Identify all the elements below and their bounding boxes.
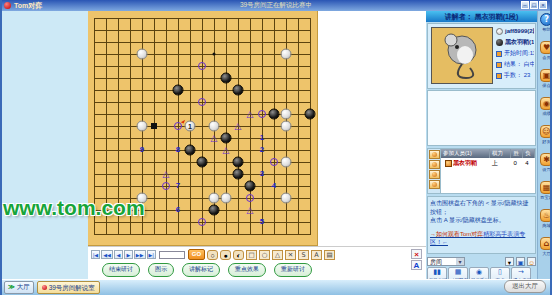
triangle-marker: △ [235, 122, 242, 131]
strip-button-帮助[interactable]: ?帮助 [539, 13, 552, 39]
triangle-marker: △ [211, 134, 218, 143]
coin-icon [432, 182, 437, 187]
white-stone [221, 193, 232, 204]
list-mini-button[interactable] [429, 150, 440, 159]
百宝箱-icon: ▦ [540, 181, 552, 194]
move-number-label: 8 [176, 146, 180, 154]
nav-arrow-button[interactable]: ▶| [147, 250, 156, 259]
triangle-marker: △ [247, 110, 254, 119]
move-number-input[interactable] [159, 251, 185, 259]
list-mini-button[interactable] [429, 180, 440, 189]
marker-tool-button[interactable]: △ [272, 250, 283, 260]
participant-wins: 0 [511, 160, 523, 166]
list-mini-button[interactable] [429, 170, 440, 179]
circle-marker [246, 194, 254, 202]
start-time: 开始时间:11-10-21 11:58 [504, 49, 534, 58]
participants-header-cell: 棋力 [490, 149, 512, 158]
white-stone: 1 [185, 121, 196, 132]
coin-icon [432, 172, 437, 177]
black-stone-icon [496, 39, 503, 46]
room-panel: 房间 ▾ ▾ ▣ ☺ ▮▮形势判断▦对局研究◉显示手数▯离桌→退出房间 [427, 256, 536, 280]
marker-tool-button[interactable]: ✕ [285, 250, 296, 260]
move-number-label: 9 [140, 146, 144, 154]
lobby-arrows-icon: ≫ [8, 283, 15, 290]
strip-button-百宝箱[interactable]: ▦百宝箱 [539, 181, 552, 207]
好友-icon: ☺ [540, 125, 552, 138]
move-number-label: 1 [260, 134, 264, 142]
commentary-action-button[interactable]: 重新研讨 [274, 263, 312, 277]
white-stone-icon [496, 28, 503, 35]
circle-marker [198, 218, 206, 226]
participant-avatar-icon [445, 160, 452, 167]
marker-tool-button[interactable]: ▤ [324, 250, 335, 260]
taskbar: ≫ 大厅 39号房间解说室 退出大厅 [2, 279, 550, 295]
main-area: 1△△△△△△123456789 |◀◀◀◀▶▶▶▶| GO○●◐□○△✕SA▤… [2, 11, 550, 280]
mini-dropdown-icon[interactable]: ▾ [505, 257, 514, 266]
room-dropdown-value: 房间 [430, 258, 442, 265]
title-bar: Tom对弈 39号房间正在解说比赛中 – □ × [2, 0, 550, 11]
commentator-header: 讲解者： 黑衣羽鞘(1段) [426, 11, 537, 22]
result-line: 结果： 白中盘胜 [496, 59, 534, 70]
white-stone [137, 49, 148, 60]
move-count-line: 手数： 23 [496, 70, 534, 81]
close-panel-button[interactable]: × [411, 249, 422, 259]
list-mini-button[interactable] [429, 160, 440, 169]
board-area: 1△△△△△△123456789 |◀◀◀◀▶▶▶▶| GO○●◐□○△✕SA▤… [88, 11, 426, 280]
white-stone [281, 157, 292, 168]
square-marker [151, 123, 157, 129]
commentary-action-button[interactable]: 图示 [148, 263, 174, 277]
move-number-label: 3 [260, 170, 264, 178]
game-result: 结果： 白中盘胜 [504, 60, 534, 69]
大厅-icon: ⌂ [540, 237, 552, 250]
white-player-name: jaff8999(2段) [505, 27, 534, 36]
circle-marker [162, 182, 170, 190]
white-stone [137, 121, 148, 132]
circle-marker [198, 98, 206, 106]
nav-arrow-button[interactable]: ◀ [114, 250, 123, 259]
room-status-text: 39号房间正在解说比赛中 [240, 1, 312, 10]
nav-arrow-button[interactable]: ▶ [124, 250, 133, 259]
nav-arrow-button[interactable]: ◀◀ [101, 250, 113, 259]
bullet-icon [496, 51, 502, 57]
marker-tool-button[interactable]: A [311, 250, 322, 260]
white-stone [209, 121, 220, 132]
circle-marker [270, 158, 278, 166]
coin-icon [432, 152, 437, 157]
left-panel [2, 11, 88, 280]
room-dot-icon [42, 285, 47, 290]
commentary-action-button[interactable]: 讲解标记 [182, 263, 220, 277]
marker-tool-button[interactable]: S [298, 250, 309, 260]
move-number-label: 4 [272, 182, 276, 190]
white-stone [281, 193, 292, 204]
move-number-label: 5 [260, 218, 264, 226]
move-number-label: 2 [260, 146, 264, 154]
save-chat-icon[interactable]: ▣ [516, 257, 525, 266]
board-toolbar: |◀◀◀◀▶▶▶▶| GO○●◐□○△✕SA▤ × A 结束研讨图示讲解标记重点… [88, 246, 426, 280]
app-title: Tom对弈 [14, 1, 42, 11]
black-stone [233, 85, 244, 96]
strip-button-好友[interactable]: ☺好友 [539, 125, 552, 151]
emoticon-icon[interactable]: ☺ [527, 257, 536, 266]
start-time-line: 开始时间:11-10-21 11:58 [496, 48, 534, 59]
black-stone [185, 145, 196, 156]
会员-icon: ♥ [540, 41, 552, 54]
成绩-icon: ◉ [540, 97, 552, 110]
white-stone [281, 121, 292, 132]
lobby-button[interactable]: ≫ 大厅 [4, 281, 34, 294]
commentator-avatar [431, 27, 493, 84]
black-stone [233, 169, 244, 180]
triangle-marker: △ [163, 170, 170, 179]
black-stone [209, 205, 220, 216]
形势判断-icon: ▮▮ [428, 268, 446, 277]
move-number-label: 6 [176, 206, 180, 214]
保存-icon: ▣ [540, 69, 552, 82]
nav-arrow-button[interactable]: |◀ [91, 250, 100, 259]
move-count: 手数： 23 [504, 71, 530, 80]
promo-link[interactable]: →如何观看Tom对弈精彩高手表演专区！← [430, 230, 533, 247]
dot-marker [213, 53, 216, 56]
participants-header-cell: 参加人员(1) [441, 149, 490, 158]
nav-arrow-button[interactable]: ▶▶ [134, 250, 146, 259]
strip-button-保存[interactable]: ▣保存 [539, 69, 552, 95]
black-player-name: 黑衣羽鞘(1段) [505, 38, 534, 47]
coords-toggle-button[interactable]: A [411, 260, 422, 270]
tip-line-1: 点击围棋盘右下角的 < 显示/隐藏快捷按钮； [430, 199, 533, 216]
strip-button-会员[interactable]: ♥会员 [539, 41, 552, 67]
black-player-line: 黑衣羽鞘(1段) [496, 37, 534, 48]
white-stone [281, 49, 292, 60]
tips-panel: 点击围棋盘右下角的 < 显示/隐藏快捷按钮； 点击 A 显示/隐藏棋盘坐标。 →… [427, 196, 536, 254]
stone-tool-button[interactable]: ● [220, 250, 231, 260]
stone-tool-button[interactable]: ◐ [233, 250, 244, 260]
tip-line-2: 点击 A 显示/隐藏棋盘坐标。 [430, 216, 533, 225]
black-stone [197, 157, 208, 168]
bullet-icon [496, 73, 502, 79]
circle-marker [174, 122, 182, 130]
tom-watermark: www.tom.com [3, 196, 145, 220]
strip-button-商城[interactable]: ♨商城 [539, 209, 552, 235]
stone-tool-button[interactable]: ○ [207, 250, 218, 260]
exit-lobby-button[interactable]: 退出大厅 [504, 280, 546, 293]
room-tab[interactable]: 39号房间解说室 [37, 281, 100, 294]
triangle-marker: △ [247, 206, 254, 215]
lobby-label: 大厅 [17, 283, 30, 290]
triangle-marker: △ [223, 146, 230, 155]
对局研究-icon: ▦ [449, 268, 467, 277]
black-stone [221, 73, 232, 84]
coin-icon [432, 162, 437, 167]
app-window: Tom对弈 39号房间正在解说比赛中 – □ × 1△△△△△△12345678… [0, 0, 552, 295]
list-tools-column [428, 149, 441, 193]
marker-tool-button[interactable]: □ [246, 250, 257, 260]
帮助-icon: ? [540, 13, 552, 26]
circle-marker [258, 110, 266, 118]
participant-rank: 上 [490, 159, 512, 168]
participant-name: 黑衣羽鞘 [453, 159, 477, 168]
participants-header-cell: 负 [523, 149, 535, 158]
participants-header-cell: 胜 [511, 149, 523, 158]
game-info-box: jaff8999(2段) 黑衣羽鞘(1段) 开始时间:11-10-21 11:5… [427, 23, 536, 89]
close-button[interactable]: × [539, 1, 547, 9]
strip-button-设置[interactable]: ✱设置 [539, 153, 552, 179]
strip-button-成绩[interactable]: ◉成绩 [539, 97, 552, 123]
sidebar-icon-strip: ?帮助♥会员▣保存◉成绩☺好友✱设置▦百宝箱♨商城⌂大厅 [537, 11, 552, 280]
circle-marker [198, 62, 206, 70]
white-stone [281, 109, 292, 120]
white-stone [209, 193, 220, 204]
commentary-panel [427, 90, 536, 146]
商城-icon: ♨ [540, 209, 552, 222]
chevron-down-icon: ▾ [456, 258, 464, 265]
显示手数-icon: ◉ [470, 268, 488, 277]
bullet-icon [496, 62, 502, 68]
room-dropdown[interactable]: 房间 ▾ [427, 257, 465, 266]
black-stone [245, 181, 256, 192]
black-stone [221, 133, 232, 144]
commentary-action-button[interactable]: 重点效果 [228, 263, 266, 277]
离桌-icon: ▯ [491, 268, 509, 277]
tom-logo-icon [4, 2, 11, 9]
promo-link-red: →如何观看Tom对弈 [430, 231, 483, 237]
设置-icon: ✱ [540, 153, 552, 166]
room-tab-label: 39号房间解说室 [49, 283, 95, 293]
move-number-label: 7 [176, 182, 180, 190]
commentary-action-button[interactable]: 结束研讨 [102, 263, 140, 277]
maximize-button[interactable]: □ [530, 1, 538, 9]
participants-header: 参加人员(1)棋力胜负 [441, 149, 535, 158]
black-stone [173, 85, 184, 96]
black-stone [305, 109, 316, 120]
minimize-button[interactable]: – [521, 1, 529, 9]
sidebar: 讲解者： 黑衣羽鞘(1段) [426, 11, 552, 280]
go-button[interactable]: GO [188, 249, 205, 260]
marker-tool-button[interactable]: ○ [259, 250, 270, 260]
black-stone [269, 109, 280, 120]
participants-list: 参加人员(1)棋力胜负 黑衣羽鞘 上 0 4 [427, 148, 536, 194]
white-player-line: jaff8999(2段) [496, 26, 534, 37]
strip-button-大厅[interactable]: ⌂大厅 [539, 237, 552, 263]
participant-losses: 4 [523, 160, 535, 166]
participant-row[interactable]: 黑衣羽鞘 上 0 4 [441, 158, 535, 168]
退出房间-icon: → [512, 268, 530, 277]
black-stone [233, 157, 244, 168]
